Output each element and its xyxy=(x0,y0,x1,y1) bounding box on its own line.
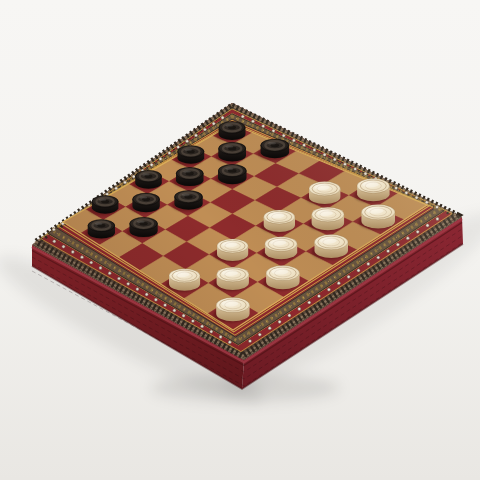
piece-white-r7c5[interactable] xyxy=(166,269,200,292)
piece-white-r3c5[interactable] xyxy=(261,210,295,233)
piece-white-r0c6[interactable] xyxy=(354,179,389,203)
piece-black-r5c1[interactable] xyxy=(130,193,160,213)
piece-black-r3c1[interactable] xyxy=(173,167,203,188)
piece-white-r5c7[interactable] xyxy=(263,266,299,291)
piece-black-r6c2[interactable] xyxy=(127,217,158,238)
piece-black-r1c1[interactable] xyxy=(216,142,246,163)
piece-white-r6c6[interactable] xyxy=(214,267,249,291)
piece-black-r6c0[interactable] xyxy=(89,196,118,216)
piece-white-r1c5[interactable] xyxy=(306,182,340,206)
checkers-board-photo xyxy=(0,0,480,480)
piece-white-r4c6[interactable] xyxy=(262,237,297,261)
photo-backdrop xyxy=(0,0,480,480)
checkers-board xyxy=(0,0,480,480)
piece-white-r3c7[interactable] xyxy=(312,235,349,260)
piece-black-r0c2[interactable] xyxy=(258,139,289,160)
piece-black-r2c2[interactable] xyxy=(215,164,246,185)
piece-white-r7c7[interactable] xyxy=(213,298,249,323)
piece-black-r7c1[interactable] xyxy=(85,220,115,240)
piece-black-r0c0[interactable] xyxy=(216,121,246,141)
piece-black-r4c2[interactable] xyxy=(172,190,203,211)
piece-black-r2c0[interactable] xyxy=(175,146,205,166)
piece-white-r2c6[interactable] xyxy=(309,207,344,231)
piece-white-r5c5[interactable] xyxy=(214,239,248,262)
piece-white-r1c7[interactable] xyxy=(359,205,396,230)
